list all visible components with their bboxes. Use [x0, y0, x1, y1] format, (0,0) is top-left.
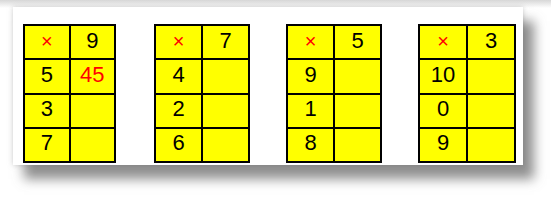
- multiply-icon: ×: [25, 26, 69, 58]
- factor-cell: 10: [420, 60, 466, 92]
- worksheet-panel: × 9 5 45 3 7 × 7 4 2 6 × 5 9 1 8 × 3 10 …: [13, 7, 523, 165]
- factor-cell: 9: [288, 60, 333, 92]
- multiply-icon: ×: [288, 26, 333, 58]
- product-cell-empty: [71, 129, 115, 161]
- multiplication-table-x9: × 9 5 45 3 7: [23, 24, 116, 163]
- multiplier-cell: 7: [203, 26, 248, 58]
- product-cell-empty: [335, 60, 380, 92]
- factor-cell: 4: [156, 60, 201, 92]
- product-cell-empty: [203, 95, 248, 127]
- factor-cell: 1: [288, 95, 333, 127]
- factor-cell: 7: [25, 129, 69, 161]
- multiply-icon: ×: [156, 26, 201, 58]
- product-cell-empty: [468, 129, 514, 161]
- product-cell-empty: [468, 60, 514, 92]
- multiplier-cell: 5: [335, 26, 380, 58]
- product-cell-empty: [203, 129, 248, 161]
- factor-cell: 0: [420, 95, 466, 127]
- product-cell-empty: [335, 129, 380, 161]
- multiplication-table-x5: × 5 9 1 8: [286, 24, 382, 163]
- multiplier-cell: 9: [71, 26, 115, 58]
- product-cell-filled: 45: [71, 60, 115, 92]
- factor-cell: 5: [25, 60, 69, 92]
- factor-cell: 9: [420, 129, 466, 161]
- multiply-icon: ×: [420, 26, 466, 58]
- multiplication-table-x7: × 7 4 2 6: [154, 24, 250, 163]
- product-cell-empty: [71, 95, 115, 127]
- factor-cell: 2: [156, 95, 201, 127]
- factor-cell: 3: [25, 95, 69, 127]
- product-cell-empty: [203, 60, 248, 92]
- product-cell-empty: [335, 95, 380, 127]
- multiplier-cell: 3: [468, 26, 514, 58]
- factor-cell: 6: [156, 129, 201, 161]
- product-cell-empty: [468, 95, 514, 127]
- factor-cell: 8: [288, 129, 333, 161]
- multiplication-table-x3: × 3 10 0 9: [418, 24, 516, 163]
